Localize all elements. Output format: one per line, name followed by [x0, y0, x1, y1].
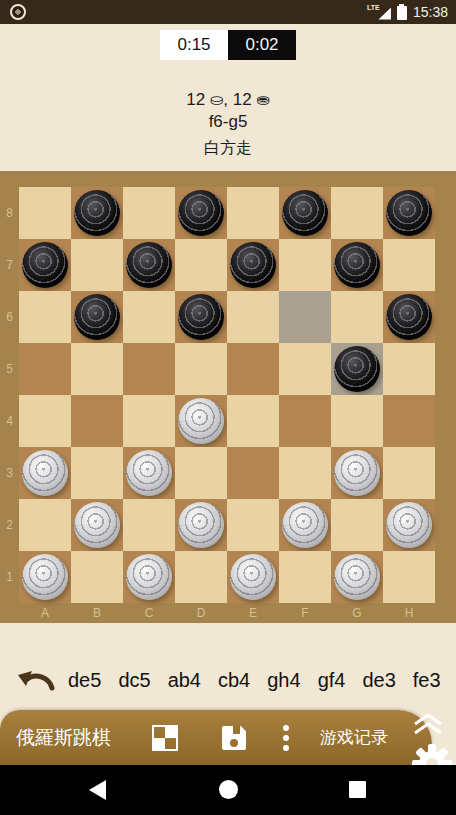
square-e8[interactable]: [227, 187, 279, 239]
nav-back-button[interactable]: [89, 780, 106, 800]
square-g1[interactable]: [331, 551, 383, 603]
white-checker-h2[interactable]: [386, 502, 432, 548]
undo-icon[interactable]: [16, 665, 56, 695]
white-checker-c3[interactable]: [126, 450, 172, 496]
square-c6[interactable]: [123, 291, 175, 343]
black-checker-e7[interactable]: [230, 242, 276, 288]
network-label: LTE: [367, 4, 380, 11]
clocks: 0:15 0:02: [0, 30, 456, 60]
square-f1[interactable]: [279, 551, 331, 603]
expand-chevron-icon[interactable]: [410, 712, 446, 738]
square-g3[interactable]: [331, 447, 383, 499]
square-h8[interactable]: [383, 187, 435, 239]
square-e5[interactable]: [227, 343, 279, 395]
square-a3[interactable]: [19, 447, 71, 499]
square-c1[interactable]: [123, 551, 175, 603]
hint-move-gh4[interactable]: gh4: [267, 669, 300, 692]
square-g6[interactable]: [331, 291, 383, 343]
square-d4[interactable]: [175, 395, 227, 447]
square-f8[interactable]: [279, 187, 331, 239]
square-h7[interactable]: [383, 239, 435, 291]
bottom-toolbar: 俄羅斯跳棋 游戏记录: [0, 710, 456, 765]
square-b7[interactable]: [71, 239, 123, 291]
turn-indicator-text: 白方走: [0, 138, 456, 159]
rank-label-4: 4: [0, 395, 19, 447]
square-f4[interactable]: [279, 395, 331, 447]
screen-record-icon: [10, 4, 26, 20]
hint-move-cb4[interactable]: cb4: [218, 669, 250, 692]
square-a7[interactable]: [19, 239, 71, 291]
square-c3[interactable]: [123, 447, 175, 499]
square-e4[interactable]: [227, 395, 279, 447]
square-h1[interactable]: [383, 551, 435, 603]
menu-kebab-icon[interactable]: [283, 725, 289, 751]
status-time: 15:38: [413, 4, 448, 20]
white-checker-d4[interactable]: [178, 398, 224, 444]
black-checker-b6[interactable]: [74, 294, 120, 340]
rank-label-3: 3: [0, 447, 19, 499]
rank-label-8: 8: [0, 187, 19, 239]
square-b5[interactable]: [71, 343, 123, 395]
move-chips: de5dc5ab4cb4gh4gf4de3fe3: [68, 669, 456, 692]
square-d7[interactable]: [175, 239, 227, 291]
square-h5[interactable]: [383, 343, 435, 395]
white-clock: 0:15: [160, 30, 228, 60]
square-c4[interactable]: [123, 395, 175, 447]
black-count: 12: [233, 90, 257, 109]
black-checker-a7[interactable]: [22, 242, 68, 288]
white-checker-c1[interactable]: [126, 554, 172, 600]
hint-move-de3[interactable]: de3: [362, 669, 395, 692]
square-a6[interactable]: [19, 291, 71, 343]
square-b3[interactable]: [71, 447, 123, 499]
rank-label-7: 7: [0, 239, 19, 291]
square-c5[interactable]: [123, 343, 175, 395]
hint-move-dc5[interactable]: dc5: [118, 669, 150, 692]
square-b8[interactable]: [71, 187, 123, 239]
square-c7[interactable]: [123, 239, 175, 291]
board-grid: [19, 187, 435, 603]
black-checker-g5[interactable]: [334, 346, 380, 392]
white-checker-e1[interactable]: [230, 554, 276, 600]
white-checker-icon: ⛀: [210, 91, 223, 108]
square-e2[interactable]: [227, 499, 279, 551]
square-f3[interactable]: [279, 447, 331, 499]
android-nav-bar: [0, 765, 456, 815]
new-board-icon[interactable]: [152, 725, 178, 751]
nav-home-button[interactable]: [219, 780, 238, 799]
square-d1[interactable]: [175, 551, 227, 603]
square-a8[interactable]: [19, 187, 71, 239]
square-e1[interactable]: [227, 551, 279, 603]
square-h6[interactable]: [383, 291, 435, 343]
square-d3[interactable]: [175, 447, 227, 499]
square-h3[interactable]: [383, 447, 435, 499]
rank-label-1: 1: [0, 551, 19, 603]
square-a2[interactable]: [19, 499, 71, 551]
status-bar: LTE 15:38: [0, 0, 456, 24]
square-g7[interactable]: [331, 239, 383, 291]
game-info-panel: 0:15 0:02 12 ⛀, 12 ⛂ f6-g5 白方走: [0, 24, 456, 171]
white-checker-a1[interactable]: [22, 554, 68, 600]
toolbar-background: 俄羅斯跳棋 游戏记录: [0, 710, 432, 765]
square-g2[interactable]: [331, 499, 383, 551]
square-a4[interactable]: [19, 395, 71, 447]
white-checker-f2[interactable]: [282, 502, 328, 548]
last-move-text: f6-g5: [0, 112, 456, 132]
square-e3[interactable]: [227, 447, 279, 499]
hint-move-fe3[interactable]: fe3: [413, 669, 441, 692]
file-label-g: G: [331, 603, 383, 623]
count-separator: ,: [223, 90, 232, 109]
file-label-d: D: [175, 603, 227, 623]
black-checker-c7[interactable]: [126, 242, 172, 288]
square-h2[interactable]: [383, 499, 435, 551]
square-e7[interactable]: [227, 239, 279, 291]
rank-label-6: 6: [0, 291, 19, 343]
square-h4[interactable]: [383, 395, 435, 447]
checkers-board: 87654321 ABCDEFGH: [0, 171, 456, 623]
hint-move-de5[interactable]: de5: [68, 669, 101, 692]
black-checker-icon: ⛂: [256, 91, 269, 108]
white-checker-a3[interactable]: [22, 450, 68, 496]
hint-move-ab4[interactable]: ab4: [168, 669, 201, 692]
square-b6[interactable]: [71, 291, 123, 343]
square-b1[interactable]: [71, 551, 123, 603]
file-label-a: A: [19, 603, 71, 623]
square-a1[interactable]: [19, 551, 71, 603]
game-record-button[interactable]: 游戏记录: [320, 710, 388, 765]
square-b4[interactable]: [71, 395, 123, 447]
black-checker-g7[interactable]: [334, 242, 380, 288]
nav-recents-button[interactable]: [349, 781, 366, 798]
square-e6[interactable]: [227, 291, 279, 343]
file-label-h: H: [383, 603, 435, 623]
save-icon[interactable]: [222, 726, 246, 750]
rank-label-5: 5: [0, 343, 19, 395]
white-checker-d2[interactable]: [178, 502, 224, 548]
square-f7[interactable]: [279, 239, 331, 291]
square-f5[interactable]: [279, 343, 331, 395]
black-checker-h6[interactable]: [386, 294, 432, 340]
rank-label-2: 2: [0, 499, 19, 551]
square-d5[interactable]: [175, 343, 227, 395]
square-d6[interactable]: [175, 291, 227, 343]
app-title: 俄羅斯跳棋: [16, 710, 111, 765]
black-checker-h8[interactable]: [386, 190, 432, 236]
square-f2[interactable]: [279, 499, 331, 551]
white-checker-g3[interactable]: [334, 450, 380, 496]
white-checker-b2[interactable]: [74, 502, 120, 548]
white-count: 12: [186, 90, 210, 109]
square-a5[interactable]: [19, 343, 71, 395]
square-g5[interactable]: [331, 343, 383, 395]
hint-move-gf4[interactable]: gf4: [318, 669, 346, 692]
file-label-c: C: [123, 603, 175, 623]
square-d2[interactable]: [175, 499, 227, 551]
black-checker-d6[interactable]: [178, 294, 224, 340]
file-label-f: F: [279, 603, 331, 623]
square-b2[interactable]: [71, 499, 123, 551]
file-label-b: B: [71, 603, 123, 623]
square-g8[interactable]: [331, 187, 383, 239]
app-screen: LTE 15:38 0:15 0:02 12 ⛀, 12 ⛂ f6-g5 白方走…: [0, 0, 456, 815]
legal-moves-bar: de5dc5ab4cb4gh4gf4de3fe3: [0, 650, 456, 710]
square-c2[interactable]: [123, 499, 175, 551]
black-clock: 0:02: [228, 30, 296, 60]
square-f6[interactable]: [279, 291, 331, 343]
black-checker-f8[interactable]: [282, 190, 328, 236]
square-d8[interactable]: [175, 187, 227, 239]
black-checker-d8[interactable]: [178, 190, 224, 236]
black-checker-b8[interactable]: [74, 190, 120, 236]
white-checker-g1[interactable]: [334, 554, 380, 600]
file-label-e: E: [227, 603, 279, 623]
square-c8[interactable]: [123, 187, 175, 239]
square-g4[interactable]: [331, 395, 383, 447]
piece-counts: 12 ⛀, 12 ⛂: [0, 90, 456, 110]
signal-icon: LTE: [367, 4, 391, 21]
battery-icon: [397, 6, 407, 20]
